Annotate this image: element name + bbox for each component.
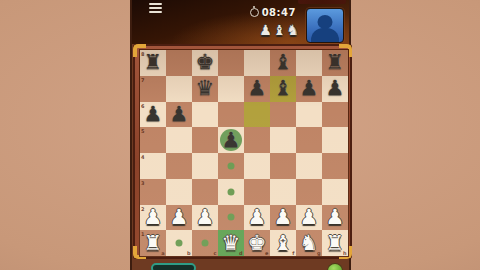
file-label-b: b: [187, 250, 191, 256]
square-b7[interactable]: [166, 76, 192, 102]
square-f6[interactable]: [270, 102, 296, 128]
piece-black-pawn-b6[interactable]: ♟: [166, 102, 192, 128]
rank-label-3: 3: [141, 180, 144, 186]
file-label-c: c: [214, 250, 217, 256]
square-h3[interactable]: [322, 179, 348, 205]
square-b6[interactable]: ♟: [166, 102, 192, 128]
rank-label-4: 4: [141, 154, 144, 160]
move-hint-dot-d4[interactable]: [228, 162, 235, 169]
square-a8[interactable]: 8♜: [140, 50, 166, 76]
file-label-h: h: [343, 250, 347, 256]
square-h4[interactable]: [322, 153, 348, 179]
square-d3[interactable]: [218, 179, 244, 205]
square-a7[interactable]: 7: [140, 76, 166, 102]
square-a1[interactable]: 1a♜: [140, 230, 166, 256]
piece-black-king-c8[interactable]: ♚: [192, 50, 218, 76]
square-f3[interactable]: [270, 179, 296, 205]
square-d2[interactable]: [218, 205, 244, 231]
square-e3[interactable]: [244, 179, 270, 205]
piece-white-pawn-b2[interactable]: ♟: [166, 205, 192, 231]
rank-label-8: 8: [141, 51, 144, 57]
square-a2[interactable]: 2♟: [140, 205, 166, 231]
piece-black-bishop-f7[interactable]: ♝: [270, 76, 296, 102]
rank-label-5: 5: [141, 128, 144, 134]
square-c4[interactable]: [192, 153, 218, 179]
square-c3[interactable]: [192, 179, 218, 205]
square-b3[interactable]: [166, 179, 192, 205]
square-h1[interactable]: h♜: [322, 230, 348, 256]
file-label-e: e: [265, 250, 268, 256]
square-e2[interactable]: ♟: [244, 205, 270, 231]
board-frame: 8♜♚♝♜7♛♟♝♟♟6♟♟5♟432♟♟♟♟♟♟♟1a♜bcd♛e♚f♝g♞h…: [133, 44, 352, 259]
square-a6[interactable]: 6♟: [140, 102, 166, 128]
file-label-d: d: [239, 250, 243, 256]
square-c2[interactable]: ♟: [192, 205, 218, 231]
screenshot-viewport: 08:47 ♟♝♞ 8♜♚♝♜7♛♟♝♟♟6♟♟5♟432♟♟♟♟♟♟♟1a♜b…: [0, 0, 480, 270]
square-d5[interactable]: ♟: [218, 127, 244, 153]
avatar-torso-silhouette: [311, 28, 339, 43]
captured-pieces-tray: ♟♝♞: [259, 21, 299, 39]
piece-white-pawn-h2[interactable]: ♟: [322, 205, 348, 231]
square-g6[interactable]: [296, 102, 322, 128]
square-a5[interactable]: 5: [140, 127, 166, 153]
square-e1[interactable]: e♚: [244, 230, 270, 256]
hamburger-menu-icon[interactable]: [149, 3, 162, 14]
square-b2[interactable]: ♟: [166, 205, 192, 231]
square-e8[interactable]: [244, 50, 270, 76]
piece-white-pawn-g2[interactable]: ♟: [296, 205, 322, 231]
square-a3[interactable]: 3: [140, 179, 166, 205]
piece-black-bishop-f8[interactable]: ♝: [270, 50, 296, 76]
square-f4[interactable]: [270, 153, 296, 179]
rank-label-2: 2: [141, 206, 144, 212]
timer-value: 08:47: [262, 7, 296, 18]
move-hint-dot-d2[interactable]: [228, 214, 235, 221]
captured-knight-icon: ♞: [286, 21, 299, 39]
square-a4[interactable]: 4: [140, 153, 166, 179]
square-e7[interactable]: ♟: [244, 76, 270, 102]
square-f5[interactable]: [270, 127, 296, 153]
chess-board[interactable]: 8♜♚♝♜7♛♟♝♟♟6♟♟5♟432♟♟♟♟♟♟♟1a♜bcd♛e♚f♝g♞h…: [139, 49, 349, 257]
square-h8[interactable]: ♜: [322, 50, 348, 76]
rank-label-1: 1: [141, 231, 144, 237]
square-b8[interactable]: [166, 50, 192, 76]
square-h5[interactable]: [322, 127, 348, 153]
square-g8[interactable]: [296, 50, 322, 76]
square-g5[interactable]: [296, 127, 322, 153]
rank-label-6: 6: [141, 103, 144, 109]
captured-pawn-icon: ♟: [259, 21, 272, 39]
stopwatch-icon: [250, 8, 259, 17]
square-h7[interactable]: ♟: [322, 76, 348, 102]
piece-black-rook-h8[interactable]: ♜: [322, 50, 348, 76]
opponent-timer: 08:47: [250, 6, 296, 19]
piece-black-pawn-g7[interactable]: ♟: [296, 76, 322, 102]
square-h2[interactable]: ♟: [322, 205, 348, 231]
file-label-a: a: [161, 250, 164, 256]
piece-white-pawn-c2[interactable]: ♟: [192, 205, 218, 231]
move-hint-dot-b1[interactable]: [176, 240, 183, 247]
piece-white-pawn-f2[interactable]: ♟: [270, 205, 296, 231]
square-g1[interactable]: g♞: [296, 230, 322, 256]
piece-black-pawn-d5[interactable]: ♟: [218, 127, 244, 153]
square-g3[interactable]: [296, 179, 322, 205]
move-hint-dot-c1[interactable]: [202, 240, 209, 247]
square-h6[interactable]: [322, 102, 348, 128]
square-g7[interactable]: ♟: [296, 76, 322, 102]
opponent-avatar[interactable]: [306, 8, 344, 43]
square-f7[interactable]: ♝: [270, 76, 296, 102]
square-g4[interactable]: [296, 153, 322, 179]
square-f8[interactable]: ♝: [270, 50, 296, 76]
square-f1[interactable]: f♝: [270, 230, 296, 256]
file-label-f: f: [292, 250, 294, 256]
square-e4[interactable]: [244, 153, 270, 179]
piece-black-queen-c7[interactable]: ♛: [192, 76, 218, 102]
bottom-green-indicator-partial[interactable]: [328, 264, 342, 270]
square-d6[interactable]: [218, 102, 244, 128]
piece-black-pawn-h7[interactable]: ♟: [322, 76, 348, 102]
piece-white-pawn-e2[interactable]: ♟: [244, 205, 270, 231]
file-label-g: g: [317, 250, 321, 256]
square-g2[interactable]: ♟: [296, 205, 322, 231]
square-e6[interactable]: [244, 102, 270, 128]
square-c1[interactable]: c: [192, 230, 218, 256]
square-d8[interactable]: [218, 50, 244, 76]
square-b5[interactable]: [166, 127, 192, 153]
square-f2[interactable]: ♟: [270, 205, 296, 231]
piece-black-pawn-e7[interactable]: ♟: [244, 76, 270, 102]
square-b4[interactable]: [166, 153, 192, 179]
move-hint-dot-d3[interactable]: [228, 188, 235, 195]
square-b1[interactable]: b: [166, 230, 192, 256]
square-e5[interactable]: [244, 127, 270, 153]
avatar-head-silhouette: [318, 15, 333, 29]
top-bar: 08:47 ♟♝♞: [132, 0, 349, 44]
captured-bishop-icon: ♝: [273, 21, 286, 39]
rank-label-7: 7: [141, 77, 144, 83]
square-d1[interactable]: d♛: [218, 230, 244, 256]
square-c5[interactable]: [192, 127, 218, 153]
chess-app-window: 08:47 ♟♝♞ 8♜♚♝♜7♛♟♝♟♟6♟♟5♟432♟♟♟♟♟♟♟1a♜b…: [130, 0, 351, 270]
square-c6[interactable]: [192, 102, 218, 128]
square-d4[interactable]: [218, 153, 244, 179]
square-c8[interactable]: ♚: [192, 50, 218, 76]
opponent-name-cutoff: [298, 0, 346, 4]
square-c7[interactable]: ♛: [192, 76, 218, 102]
square-d7[interactable]: [218, 76, 244, 102]
bottom-panel-button-partial[interactable]: [151, 263, 196, 270]
